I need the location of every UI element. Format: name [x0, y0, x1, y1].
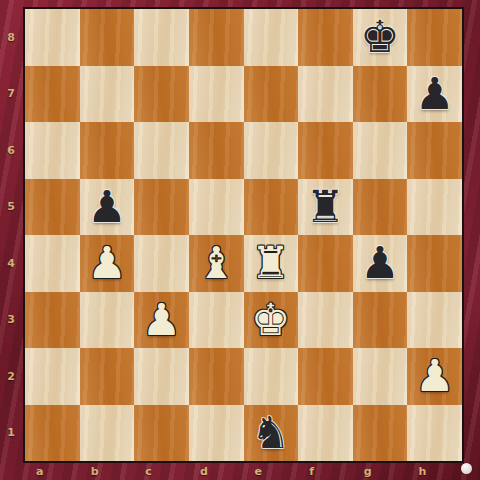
file-label-d: d	[189, 464, 244, 480]
square-c1[interactable]	[134, 405, 189, 462]
square-a1[interactable]	[25, 405, 80, 462]
square-d3[interactable]	[189, 292, 244, 349]
square-b2[interactable]	[80, 348, 135, 405]
square-h6[interactable]	[407, 122, 462, 179]
square-c8[interactable]	[134, 9, 189, 66]
square-g7[interactable]	[353, 66, 408, 123]
square-b7[interactable]	[80, 66, 135, 123]
square-h8[interactable]	[407, 9, 462, 66]
black-pawn: ♟	[360, 241, 399, 285]
square-c7[interactable]	[134, 66, 189, 123]
file-label-g: g	[353, 464, 408, 480]
square-h7[interactable]: ♟	[407, 66, 462, 123]
square-c5[interactable]	[134, 179, 189, 236]
square-f8[interactable]	[298, 9, 353, 66]
rank-label-6: 6	[0, 122, 22, 179]
square-d4[interactable]: ♝	[189, 235, 244, 292]
square-d2[interactable]	[189, 348, 244, 405]
black-pawn: ♟	[415, 72, 454, 116]
square-f4[interactable]	[298, 235, 353, 292]
square-d8[interactable]	[189, 9, 244, 66]
square-e8[interactable]	[244, 9, 299, 66]
square-e7[interactable]	[244, 66, 299, 123]
square-g2[interactable]	[353, 348, 408, 405]
square-h5[interactable]	[407, 179, 462, 236]
square-a4[interactable]	[25, 235, 80, 292]
square-b5[interactable]: ♟	[80, 179, 135, 236]
square-e3[interactable]: ♚	[244, 292, 299, 349]
square-d6[interactable]	[189, 122, 244, 179]
square-g1[interactable]	[353, 405, 408, 462]
square-c6[interactable]	[134, 122, 189, 179]
file-label-f: f	[298, 464, 353, 480]
square-g8[interactable]: ♚	[353, 9, 408, 66]
rank-label-1: 1	[0, 405, 22, 462]
square-d5[interactable]	[189, 179, 244, 236]
square-h2[interactable]: ♟	[407, 348, 462, 405]
square-e2[interactable]	[244, 348, 299, 405]
square-a7[interactable]	[25, 66, 80, 123]
file-label-c: c	[134, 464, 189, 480]
square-h4[interactable]	[407, 235, 462, 292]
rank-label-8: 8	[0, 9, 22, 66]
square-a6[interactable]	[25, 122, 80, 179]
board-frame: ♚♟♟♜♟♝♜♟♟♚♟♞ 87654321 abcdefgh	[0, 0, 480, 480]
white-bishop: ♝	[196, 241, 235, 285]
square-a2[interactable]	[25, 348, 80, 405]
chess-board: ♚♟♟♜♟♝♜♟♟♚♟♞	[23, 7, 464, 463]
white-pawn: ♟	[142, 298, 181, 342]
square-f5[interactable]: ♜	[298, 179, 353, 236]
square-a3[interactable]	[25, 292, 80, 349]
square-a5[interactable]	[25, 179, 80, 236]
square-f1[interactable]	[298, 405, 353, 462]
square-f7[interactable]	[298, 66, 353, 123]
rank-label-3: 3	[0, 292, 22, 349]
white-pawn: ♟	[87, 241, 126, 285]
square-b4[interactable]: ♟	[80, 235, 135, 292]
black-knight: ♞	[251, 411, 290, 455]
square-f2[interactable]	[298, 348, 353, 405]
file-label-a: a	[25, 464, 80, 480]
file-label-b: b	[80, 464, 135, 480]
white-pawn: ♟	[415, 354, 454, 398]
rank-label-7: 7	[0, 66, 22, 123]
square-a8[interactable]	[25, 9, 80, 66]
file-label-h: h	[407, 464, 462, 480]
rank-label-5: 5	[0, 179, 22, 236]
black-king: ♚	[360, 15, 399, 59]
square-b8[interactable]	[80, 9, 135, 66]
square-d7[interactable]	[189, 66, 244, 123]
square-f6[interactable]	[298, 122, 353, 179]
rank-label-4: 4	[0, 235, 22, 292]
square-c3[interactable]: ♟	[134, 292, 189, 349]
square-e1[interactable]: ♞	[244, 405, 299, 462]
square-e5[interactable]	[244, 179, 299, 236]
square-d1[interactable]	[189, 405, 244, 462]
file-label-e: e	[244, 464, 299, 480]
rank-label-2: 2	[0, 348, 22, 405]
square-b1[interactable]	[80, 405, 135, 462]
square-c2[interactable]	[134, 348, 189, 405]
square-b6[interactable]	[80, 122, 135, 179]
square-e6[interactable]	[244, 122, 299, 179]
square-b3[interactable]	[80, 292, 135, 349]
black-pawn: ♟	[87, 185, 126, 229]
white-rook: ♜	[251, 241, 290, 285]
square-g4[interactable]: ♟	[353, 235, 408, 292]
square-h3[interactable]	[407, 292, 462, 349]
square-e4[interactable]: ♜	[244, 235, 299, 292]
square-g3[interactable]	[353, 292, 408, 349]
square-g6[interactable]	[353, 122, 408, 179]
corner-dot-badge	[461, 463, 472, 474]
square-c4[interactable]	[134, 235, 189, 292]
square-h1[interactable]	[407, 405, 462, 462]
square-g5[interactable]	[353, 179, 408, 236]
white-king: ♚	[251, 298, 290, 342]
black-rook: ♜	[306, 185, 345, 229]
square-f3[interactable]	[298, 292, 353, 349]
